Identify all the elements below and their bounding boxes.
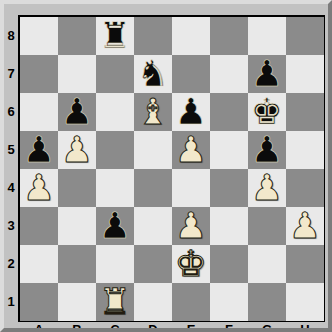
file-label-h: H (286, 324, 324, 332)
square-h5[interactable] (286, 131, 324, 169)
square-h7[interactable] (286, 55, 324, 93)
square-e8[interactable] (172, 17, 210, 55)
white-pawn[interactable]: ♟ (251, 170, 283, 206)
white-bishop[interactable]: ♝ (137, 94, 169, 130)
square-f8[interactable] (210, 17, 248, 55)
file-label-c: C (96, 324, 134, 332)
square-a7[interactable] (20, 55, 58, 93)
rank-label-5: 5 (4, 131, 18, 169)
black-pawn[interactable]: ♟ (61, 94, 93, 130)
square-c5[interactable] (96, 131, 134, 169)
square-h8[interactable] (286, 17, 324, 55)
square-f7[interactable] (210, 55, 248, 93)
square-a6[interactable] (20, 93, 58, 131)
square-a5[interactable]: ♟ (20, 131, 58, 169)
square-g6[interactable]: ♚ (248, 93, 286, 131)
square-e6[interactable]: ♟ (172, 93, 210, 131)
square-e4[interactable] (172, 169, 210, 207)
square-d5[interactable] (134, 131, 172, 169)
square-c8[interactable]: ♜ (96, 17, 134, 55)
square-d1[interactable] (134, 283, 172, 321)
square-b1[interactable] (58, 283, 96, 321)
square-a1[interactable] (20, 283, 58, 321)
black-king[interactable]: ♚ (251, 94, 283, 130)
white-pawn[interactable]: ♟ (175, 208, 207, 244)
square-d6[interactable]: ♝ (134, 93, 172, 131)
square-f6[interactable] (210, 93, 248, 131)
rank-label-7: 7 (4, 55, 18, 93)
square-a3[interactable] (20, 207, 58, 245)
square-e3[interactable]: ♟ (172, 207, 210, 245)
black-pawn[interactable]: ♟ (99, 208, 131, 244)
square-e5[interactable]: ♟ (172, 131, 210, 169)
black-knight[interactable]: ♞ (137, 56, 169, 92)
square-f4[interactable] (210, 169, 248, 207)
square-c3[interactable]: ♟ (96, 207, 134, 245)
square-g2[interactable] (248, 245, 286, 283)
square-g7[interactable]: ♟ (248, 55, 286, 93)
white-pawn[interactable]: ♟ (23, 170, 55, 206)
square-g1[interactable] (248, 283, 286, 321)
square-e7[interactable] (172, 55, 210, 93)
square-b7[interactable] (58, 55, 96, 93)
square-h4[interactable] (286, 169, 324, 207)
square-a8[interactable] (20, 17, 58, 55)
square-h2[interactable] (286, 245, 324, 283)
rank-label-2: 2 (4, 245, 18, 283)
file-label-g: G (248, 324, 286, 332)
square-g3[interactable] (248, 207, 286, 245)
square-b3[interactable] (58, 207, 96, 245)
square-b5[interactable]: ♟ (58, 131, 96, 169)
square-f3[interactable] (210, 207, 248, 245)
square-h3[interactable]: ♟ (286, 207, 324, 245)
file-label-e: E (172, 324, 210, 332)
square-g4[interactable]: ♟ (248, 169, 286, 207)
file-label-d: D (134, 324, 172, 332)
file-label-a: A (20, 324, 58, 332)
rank-label-8: 8 (4, 17, 18, 55)
square-d3[interactable] (134, 207, 172, 245)
square-c6[interactable] (96, 93, 134, 131)
square-e2[interactable]: ♚ (172, 245, 210, 283)
rank-label-1: 1 (4, 283, 18, 321)
chess-diagram-frame: 87654321 ♜♞♟♟♝♟♚♟♟♟♟♟♟♟♟♟♚♜ ABCDEFGH (0, 0, 332, 332)
square-a4[interactable]: ♟ (20, 169, 58, 207)
square-c4[interactable] (96, 169, 134, 207)
black-pawn[interactable]: ♟ (251, 132, 283, 168)
square-e1[interactable] (172, 283, 210, 321)
white-pawn[interactable]: ♟ (289, 208, 321, 244)
black-pawn[interactable]: ♟ (251, 56, 283, 92)
square-d4[interactable] (134, 169, 172, 207)
rank-labels: 87654321 (4, 17, 18, 321)
file-labels: ABCDEFGH (20, 324, 324, 332)
square-b6[interactable]: ♟ (58, 93, 96, 131)
square-c2[interactable] (96, 245, 134, 283)
file-label-b: B (58, 324, 96, 332)
square-c1[interactable]: ♜ (96, 283, 134, 321)
square-g5[interactable]: ♟ (248, 131, 286, 169)
square-f5[interactable] (210, 131, 248, 169)
square-d2[interactable] (134, 245, 172, 283)
rank-label-4: 4 (4, 169, 18, 207)
square-f2[interactable] (210, 245, 248, 283)
square-a2[interactable] (20, 245, 58, 283)
square-h6[interactable] (286, 93, 324, 131)
square-c7[interactable] (96, 55, 134, 93)
white-king[interactable]: ♚ (175, 246, 207, 282)
square-f1[interactable] (210, 283, 248, 321)
square-b8[interactable] (58, 17, 96, 55)
file-label-f: F (210, 324, 248, 332)
white-rook[interactable]: ♜ (99, 284, 131, 320)
rank-label-6: 6 (4, 93, 18, 131)
black-rook[interactable]: ♜ (99, 18, 131, 54)
square-b2[interactable] (58, 245, 96, 283)
square-d8[interactable] (134, 17, 172, 55)
white-pawn[interactable]: ♟ (175, 132, 207, 168)
square-g8[interactable] (248, 17, 286, 55)
chess-board: ♜♞♟♟♝♟♚♟♟♟♟♟♟♟♟♟♚♜ (18, 15, 325, 322)
black-pawn[interactable]: ♟ (23, 132, 55, 168)
rank-label-3: 3 (4, 207, 18, 245)
white-pawn[interactable]: ♟ (61, 132, 93, 168)
black-pawn[interactable]: ♟ (175, 94, 207, 130)
square-b4[interactable] (58, 169, 96, 207)
square-h1[interactable] (286, 283, 324, 321)
square-d7[interactable]: ♞ (134, 55, 172, 93)
